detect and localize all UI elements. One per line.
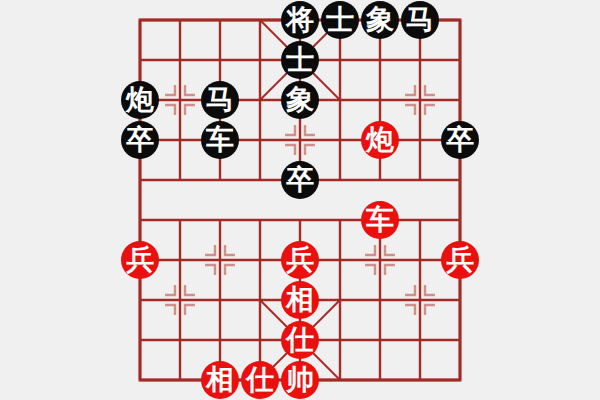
intersection-4-2[interactable]: 象 bbox=[280, 80, 320, 120]
intersection-2-7[interactable] bbox=[200, 280, 240, 320]
intersection-5-4[interactable] bbox=[320, 160, 360, 200]
intersection-5-7[interactable] bbox=[320, 280, 360, 320]
intersection-5-2[interactable] bbox=[320, 80, 360, 120]
piece-black-elephant[interactable]: 象 bbox=[281, 81, 319, 119]
intersection-2-1[interactable] bbox=[200, 40, 240, 80]
intersection-6-4[interactable] bbox=[360, 160, 400, 200]
piece-red-pawn[interactable]: 兵 bbox=[281, 241, 319, 279]
intersection-1-6[interactable] bbox=[160, 240, 200, 280]
piece-red-general[interactable]: 帅 bbox=[281, 361, 319, 399]
intersection-1-4[interactable] bbox=[160, 160, 200, 200]
intersection-6-9[interactable] bbox=[360, 360, 400, 400]
intersection-3-2[interactable] bbox=[240, 80, 280, 120]
intersection-4-3[interactable] bbox=[280, 120, 320, 160]
board-intersections: 将士象马士炮马象卒车炮卒卒车兵兵兵相仕相仕帅 bbox=[120, 0, 480, 400]
intersection-0-3[interactable]: 卒 bbox=[120, 120, 160, 160]
intersection-0-6[interactable]: 兵 bbox=[120, 240, 160, 280]
piece-black-horse[interactable]: 马 bbox=[201, 81, 239, 119]
intersection-8-7[interactable] bbox=[440, 280, 480, 320]
piece-black-pawn[interactable]: 卒 bbox=[121, 121, 159, 159]
intersection-7-1[interactable] bbox=[400, 40, 440, 80]
intersection-6-5[interactable]: 车 bbox=[360, 200, 400, 240]
intersection-2-6[interactable] bbox=[200, 240, 240, 280]
intersection-5-1[interactable] bbox=[320, 40, 360, 80]
intersection-5-3[interactable] bbox=[320, 120, 360, 160]
intersection-1-5[interactable] bbox=[160, 200, 200, 240]
intersection-1-7[interactable] bbox=[160, 280, 200, 320]
intersection-2-2[interactable]: 马 bbox=[200, 80, 240, 120]
intersection-6-6[interactable] bbox=[360, 240, 400, 280]
intersection-7-8[interactable] bbox=[400, 320, 440, 360]
intersection-4-7[interactable]: 相 bbox=[280, 280, 320, 320]
intersection-6-1[interactable] bbox=[360, 40, 400, 80]
piece-red-pawn[interactable]: 兵 bbox=[121, 241, 159, 279]
intersection-8-1[interactable] bbox=[440, 40, 480, 80]
piece-black-horse[interactable]: 马 bbox=[401, 1, 439, 39]
intersection-1-3[interactable] bbox=[160, 120, 200, 160]
piece-black-advisor[interactable]: 士 bbox=[321, 1, 359, 39]
intersection-2-4[interactable] bbox=[200, 160, 240, 200]
intersection-2-8[interactable] bbox=[200, 320, 240, 360]
intersection-3-1[interactable] bbox=[240, 40, 280, 80]
intersection-4-6[interactable]: 兵 bbox=[280, 240, 320, 280]
intersection-4-5[interactable] bbox=[280, 200, 320, 240]
piece-black-elephant[interactable]: 象 bbox=[361, 1, 399, 39]
intersection-3-4[interactable] bbox=[240, 160, 280, 200]
intersection-2-0[interactable] bbox=[200, 0, 240, 40]
piece-red-chariot[interactable]: 车 bbox=[361, 201, 399, 239]
intersection-0-4[interactable] bbox=[120, 160, 160, 200]
intersection-0-9[interactable] bbox=[120, 360, 160, 400]
piece-black-pawn[interactable]: 卒 bbox=[281, 161, 319, 199]
intersection-4-0[interactable]: 将 bbox=[280, 0, 320, 40]
intersection-0-0[interactable] bbox=[120, 0, 160, 40]
intersection-7-6[interactable] bbox=[400, 240, 440, 280]
intersection-2-9[interactable]: 相 bbox=[200, 360, 240, 400]
intersection-7-5[interactable] bbox=[400, 200, 440, 240]
piece-black-chariot[interactable]: 车 bbox=[201, 121, 239, 159]
intersection-3-6[interactable] bbox=[240, 240, 280, 280]
intersection-2-3[interactable]: 车 bbox=[200, 120, 240, 160]
intersection-1-0[interactable] bbox=[160, 0, 200, 40]
intersection-7-3[interactable] bbox=[400, 120, 440, 160]
intersection-8-9[interactable] bbox=[440, 360, 480, 400]
piece-black-cannon[interactable]: 炮 bbox=[121, 81, 159, 119]
intersection-8-2[interactable] bbox=[440, 80, 480, 120]
intersection-7-2[interactable] bbox=[400, 80, 440, 120]
intersection-7-0[interactable]: 马 bbox=[400, 0, 440, 40]
intersection-7-4[interactable] bbox=[400, 160, 440, 200]
piece-red-advisor[interactable]: 仕 bbox=[281, 321, 319, 359]
intersection-0-2[interactable]: 炮 bbox=[120, 80, 160, 120]
intersection-5-6[interactable] bbox=[320, 240, 360, 280]
intersection-6-8[interactable] bbox=[360, 320, 400, 360]
intersection-7-7[interactable] bbox=[400, 280, 440, 320]
intersection-3-5[interactable] bbox=[240, 200, 280, 240]
piece-red-elephant[interactable]: 相 bbox=[201, 361, 239, 399]
intersection-6-0[interactable]: 象 bbox=[360, 0, 400, 40]
intersection-1-1[interactable] bbox=[160, 40, 200, 80]
intersection-4-1[interactable]: 士 bbox=[280, 40, 320, 80]
intersection-0-7[interactable] bbox=[120, 280, 160, 320]
piece-red-advisor[interactable]: 仕 bbox=[241, 361, 279, 399]
piece-red-elephant[interactable]: 相 bbox=[281, 281, 319, 319]
intersection-8-0[interactable] bbox=[440, 0, 480, 40]
intersection-2-5[interactable] bbox=[200, 200, 240, 240]
intersection-4-4[interactable]: 卒 bbox=[280, 160, 320, 200]
intersection-5-9[interactable] bbox=[320, 360, 360, 400]
intersection-5-0[interactable]: 士 bbox=[320, 0, 360, 40]
intersection-5-8[interactable] bbox=[320, 320, 360, 360]
piece-red-cannon[interactable]: 炮 bbox=[361, 121, 399, 159]
intersection-8-3[interactable]: 卒 bbox=[440, 120, 480, 160]
intersection-5-5[interactable] bbox=[320, 200, 360, 240]
intersection-8-8[interactable] bbox=[440, 320, 480, 360]
intersection-1-2[interactable] bbox=[160, 80, 200, 120]
intersection-0-5[interactable] bbox=[120, 200, 160, 240]
piece-black-advisor[interactable]: 士 bbox=[281, 41, 319, 79]
intersection-4-9[interactable]: 帅 bbox=[280, 360, 320, 400]
intersection-3-0[interactable] bbox=[240, 0, 280, 40]
intersection-4-8[interactable]: 仕 bbox=[280, 320, 320, 360]
intersection-3-3[interactable] bbox=[240, 120, 280, 160]
intersection-7-9[interactable] bbox=[400, 360, 440, 400]
intersection-8-5[interactable] bbox=[440, 200, 480, 240]
xiangqi-board: 将士象马士炮马象卒车炮卒卒车兵兵兵相仕相仕帅 bbox=[0, 0, 600, 400]
intersection-6-7[interactable] bbox=[360, 280, 400, 320]
intersection-6-3[interactable]: 炮 bbox=[360, 120, 400, 160]
intersection-8-6[interactable]: 兵 bbox=[440, 240, 480, 280]
intersection-6-2[interactable] bbox=[360, 80, 400, 120]
piece-black-pawn[interactable]: 卒 bbox=[441, 121, 479, 159]
intersection-8-4[interactable] bbox=[440, 160, 480, 200]
piece-red-pawn[interactable]: 兵 bbox=[441, 241, 479, 279]
intersection-0-8[interactable] bbox=[120, 320, 160, 360]
intersection-1-9[interactable] bbox=[160, 360, 200, 400]
intersection-0-1[interactable] bbox=[120, 40, 160, 80]
intersection-3-8[interactable] bbox=[240, 320, 280, 360]
intersection-1-8[interactable] bbox=[160, 320, 200, 360]
piece-black-general[interactable]: 将 bbox=[281, 1, 319, 39]
intersection-3-7[interactable] bbox=[240, 280, 280, 320]
intersection-3-9[interactable]: 仕 bbox=[240, 360, 280, 400]
